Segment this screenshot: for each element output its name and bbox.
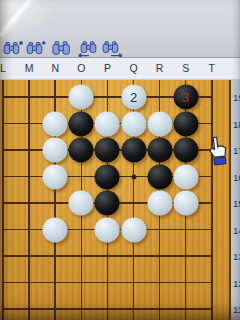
row-label-18: 18 [233,118,240,129]
stone-S18[interactable] [173,111,198,136]
move-number-S19: 3 [182,91,189,104]
stone-S15[interactable] [173,191,198,216]
row-label-14: 14 [233,224,240,235]
column-label-O: O [77,62,85,74]
column-coordinates-bar: LMNOPQRST [0,57,240,80]
search-previous-icon[interactable] [77,41,97,57]
move-number-Q19: 2 [130,91,137,104]
stone-R17[interactable] [147,138,172,163]
column-label-M: M [25,62,34,74]
stone-S19[interactable]: 3 [173,85,198,110]
stone-Q19[interactable]: 2 [121,85,146,110]
column-label-R: R [156,62,164,74]
row-coordinates-gutter: 191817161514131211 [231,80,240,320]
stone-O18[interactable] [69,111,94,136]
grid-line-col-L [2,80,4,320]
hand-pointer-cursor [204,134,232,174]
stone-R16[interactable] [147,164,172,189]
window-chrome [0,0,240,57]
grid-line-row-12 [3,282,213,284]
toolbar [0,40,240,57]
stone-S17[interactable] [173,138,198,163]
column-label-P: P [104,62,111,74]
go-board[interactable]: 23 [0,80,231,320]
search-next-icon[interactable] [102,41,122,57]
stone-P15[interactable] [95,191,120,216]
grid-line-col-M [28,80,30,320]
grid-line-row-13 [3,255,213,257]
stone-N17[interactable] [43,138,68,163]
stone-R18[interactable] [147,111,172,136]
stone-S16[interactable] [173,164,198,189]
column-label-S: S [182,62,189,74]
stone-N16[interactable] [43,164,68,189]
column-label-N: N [51,62,59,74]
stone-O15[interactable] [69,191,94,216]
row-label-12: 12 [233,277,240,288]
stone-Q14[interactable] [121,217,146,242]
search-dot-icon[interactable] [26,41,46,57]
stone-N18[interactable] [43,111,68,136]
stone-P17[interactable] [95,138,120,163]
stone-P18[interactable] [95,111,120,136]
row-label-15: 15 [233,198,240,209]
stone-P14[interactable] [95,217,120,242]
star-point-Q16 [131,174,136,179]
column-label-Q: Q [129,62,137,74]
stone-R15[interactable] [147,191,172,216]
grid-line-row-11 [3,308,213,310]
row-label-16: 16 [233,171,240,182]
column-label-T: T [209,62,215,74]
row-label-17: 17 [233,145,240,156]
stone-O19[interactable] [69,85,94,110]
row-label-11: 11 [233,304,240,315]
search-icon[interactable] [51,41,71,57]
stone-P16[interactable] [95,164,120,189]
row-label-19: 19 [233,92,240,103]
grid-line-col-T [211,80,213,320]
screenshot-root: LMNOPQRST 23 191817161514131211 [0,0,240,320]
search-note-icon[interactable] [3,41,23,57]
stone-Q17[interactable] [121,138,146,163]
column-label-L: L [0,62,6,74]
stone-Q18[interactable] [121,111,146,136]
stone-N14[interactable] [43,217,68,242]
stone-O17[interactable] [69,138,94,163]
row-label-13: 13 [233,251,240,262]
